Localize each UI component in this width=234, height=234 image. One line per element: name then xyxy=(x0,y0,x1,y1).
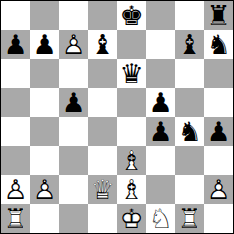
square-b1[interactable] xyxy=(30,204,59,233)
square-h8[interactable]: ♖♜ xyxy=(204,1,233,30)
square-g2[interactable] xyxy=(175,175,204,204)
square-a2[interactable]: ♟♙ xyxy=(1,175,30,204)
white-pawn: ♟♙ xyxy=(1,175,30,204)
square-a3[interactable] xyxy=(1,146,30,175)
square-c7[interactable]: ♟♙ xyxy=(59,30,88,59)
black-pawn: ♙♟ xyxy=(1,30,30,59)
black-rook: ♖♜ xyxy=(204,1,233,30)
square-g4[interactable]: ♘♞ xyxy=(175,117,204,146)
black-king: ♔♚ xyxy=(117,1,146,30)
square-h1[interactable] xyxy=(204,204,233,233)
square-c1[interactable] xyxy=(59,204,88,233)
square-e3[interactable]: ♝♗ xyxy=(117,146,146,175)
white-pawn: ♟♙ xyxy=(30,175,59,204)
square-c4[interactable] xyxy=(59,117,88,146)
black-pawn: ♙♟ xyxy=(204,117,233,146)
chess-board: ♔♚♖♜♙♟♙♟♟♙♗♝♗♝♘♞♕♛♙♟♙♟♙♟♘♞♙♟♝♗♟♙♟♙♛♕♝♗♟♙… xyxy=(0,0,234,234)
square-e6[interactable]: ♕♛ xyxy=(117,59,146,88)
square-h2[interactable]: ♟♙ xyxy=(204,175,233,204)
black-pawn: ♙♟ xyxy=(146,117,175,146)
square-d2[interactable]: ♛♕ xyxy=(88,175,117,204)
square-b4[interactable] xyxy=(30,117,59,146)
square-a7[interactable]: ♙♟ xyxy=(1,30,30,59)
square-b8[interactable] xyxy=(30,1,59,30)
black-queen: ♕♛ xyxy=(117,59,146,88)
square-d1[interactable] xyxy=(88,204,117,233)
square-f2[interactable] xyxy=(146,175,175,204)
white-bishop: ♝♗ xyxy=(117,146,146,175)
square-c8[interactable] xyxy=(59,1,88,30)
square-b2[interactable]: ♟♙ xyxy=(30,175,59,204)
square-c3[interactable] xyxy=(59,146,88,175)
square-c5[interactable]: ♙♟ xyxy=(59,88,88,117)
square-f4[interactable]: ♙♟ xyxy=(146,117,175,146)
square-f6[interactable] xyxy=(146,59,175,88)
square-c6[interactable] xyxy=(59,59,88,88)
square-g7[interactable]: ♗♝ xyxy=(175,30,204,59)
black-pawn: ♙♟ xyxy=(59,88,88,117)
white-king: ♚♔ xyxy=(117,204,146,233)
square-g1[interactable]: ♜♖ xyxy=(175,204,204,233)
black-bishop: ♗♝ xyxy=(88,30,117,59)
white-bishop: ♝♗ xyxy=(117,175,146,204)
square-g5[interactable] xyxy=(175,88,204,117)
square-d6[interactable] xyxy=(88,59,117,88)
square-e7[interactable] xyxy=(117,30,146,59)
square-e4[interactable] xyxy=(117,117,146,146)
white-rook: ♜♖ xyxy=(175,204,204,233)
square-a5[interactable] xyxy=(1,88,30,117)
square-b3[interactable] xyxy=(30,146,59,175)
square-a6[interactable] xyxy=(1,59,30,88)
white-queen: ♛♕ xyxy=(88,175,117,204)
square-f5[interactable]: ♙♟ xyxy=(146,88,175,117)
square-d3[interactable] xyxy=(88,146,117,175)
square-h4[interactable]: ♙♟ xyxy=(204,117,233,146)
square-b5[interactable] xyxy=(30,88,59,117)
square-g8[interactable] xyxy=(175,1,204,30)
square-h7[interactable]: ♘♞ xyxy=(204,30,233,59)
square-h5[interactable] xyxy=(204,88,233,117)
white-pawn: ♟♙ xyxy=(204,175,233,204)
square-h3[interactable] xyxy=(204,146,233,175)
square-a8[interactable] xyxy=(1,1,30,30)
square-g6[interactable] xyxy=(175,59,204,88)
square-d5[interactable] xyxy=(88,88,117,117)
white-knight: ♞♘ xyxy=(146,204,175,233)
square-h6[interactable] xyxy=(204,59,233,88)
white-pawn: ♟♙ xyxy=(59,30,88,59)
square-a1[interactable]: ♜♖ xyxy=(1,204,30,233)
black-pawn: ♙♟ xyxy=(30,30,59,59)
square-f7[interactable] xyxy=(146,30,175,59)
square-d8[interactable] xyxy=(88,1,117,30)
square-f3[interactable] xyxy=(146,146,175,175)
square-f1[interactable]: ♞♘ xyxy=(146,204,175,233)
white-rook: ♜♖ xyxy=(1,204,30,233)
black-knight: ♘♞ xyxy=(175,117,204,146)
square-e2[interactable]: ♝♗ xyxy=(117,175,146,204)
square-b6[interactable] xyxy=(30,59,59,88)
square-b7[interactable]: ♙♟ xyxy=(30,30,59,59)
square-g3[interactable] xyxy=(175,146,204,175)
square-d7[interactable]: ♗♝ xyxy=(88,30,117,59)
square-a4[interactable] xyxy=(1,117,30,146)
black-knight: ♘♞ xyxy=(204,30,233,59)
square-e5[interactable] xyxy=(117,88,146,117)
black-bishop: ♗♝ xyxy=(175,30,204,59)
square-e8[interactable]: ♔♚ xyxy=(117,1,146,30)
square-f8[interactable] xyxy=(146,1,175,30)
square-e1[interactable]: ♚♔ xyxy=(117,204,146,233)
square-c2[interactable] xyxy=(59,175,88,204)
square-d4[interactable] xyxy=(88,117,117,146)
black-pawn: ♙♟ xyxy=(146,88,175,117)
